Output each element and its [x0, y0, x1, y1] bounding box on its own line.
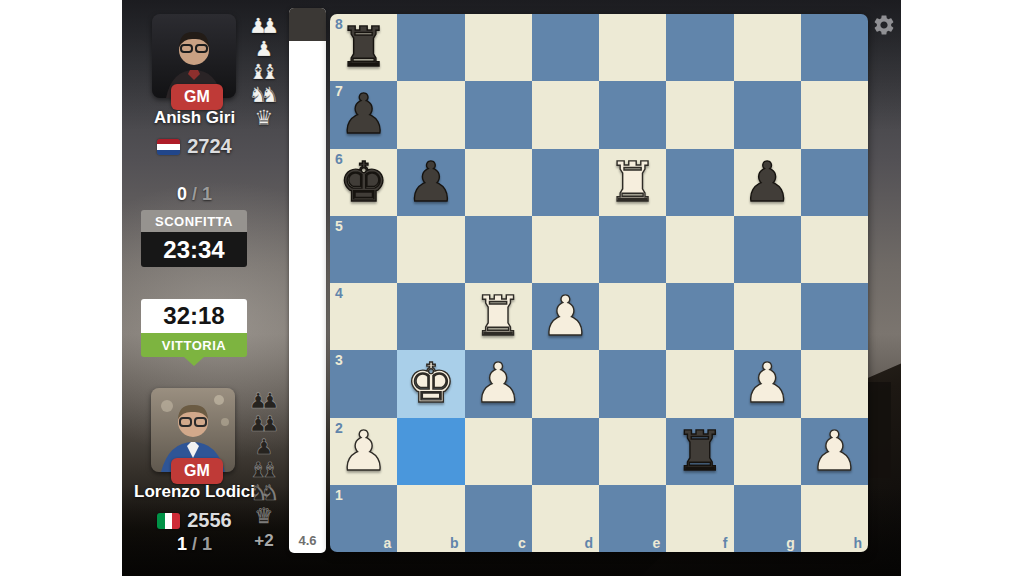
flag-netherlands-icon: [157, 139, 180, 155]
square-e7[interactable]: [599, 81, 666, 148]
captured-pieces-bottom: ♟♟♟♟♟♝♝♞♞♛: [243, 390, 285, 527]
file-label-d: d: [584, 535, 593, 551]
score-value-bottom: 1: [177, 534, 187, 554]
square-h2[interactable]: ♟: [801, 418, 868, 485]
captured-white-knight-x2: ♞♞: [245, 84, 284, 106]
rank-label-5: 5: [335, 218, 343, 234]
square-b1[interactable]: b: [397, 485, 464, 552]
square-d5[interactable]: [532, 216, 599, 283]
match-score-top: 0 / 1: [112, 184, 277, 205]
square-h3[interactable]: [801, 350, 868, 417]
square-d1[interactable]: d: [532, 485, 599, 552]
file-label-h: h: [853, 535, 862, 551]
square-b4[interactable]: [397, 283, 464, 350]
score-total-bottom: / 1: [187, 534, 212, 554]
square-g3[interactable]: ♟: [734, 350, 801, 417]
eval-bar: 4.6: [289, 8, 326, 553]
square-c1[interactable]: c: [465, 485, 532, 552]
file-label-b: b: [450, 535, 459, 551]
square-f3[interactable]: [666, 350, 733, 417]
square-e4[interactable]: [599, 283, 666, 350]
square-c7[interactable]: [465, 81, 532, 148]
captured-black-pawn-x2: ♟♟: [245, 413, 284, 435]
square-a1[interactable]: 1a: [330, 485, 397, 552]
square-f7[interactable]: [666, 81, 733, 148]
square-f8[interactable]: [666, 14, 733, 81]
square-a2[interactable]: 2♟: [330, 418, 397, 485]
piece-white-pawn[interactable]: ♟: [473, 356, 522, 411]
square-e6[interactable]: ♜: [599, 149, 666, 216]
captured-white-bishop-x2: ♝♝: [245, 61, 284, 83]
player-name-top: Anish Giri: [112, 108, 277, 128]
rating-bottom: 2556: [187, 509, 232, 532]
score-total-top: / 1: [187, 184, 212, 204]
result-label-top: SCONFITTA: [141, 210, 247, 232]
piece-black-king[interactable]: ♚: [339, 155, 388, 210]
square-h1[interactable]: h: [801, 485, 868, 552]
square-c3[interactable]: ♟: [465, 350, 532, 417]
piece-white-pawn[interactable]: ♟: [810, 424, 859, 479]
active-player-pointer: [184, 357, 204, 366]
captured-black-bishop-x2: ♝♝: [245, 459, 284, 481]
piece-white-pawn[interactable]: ♟: [742, 356, 791, 411]
square-h8[interactable]: [801, 14, 868, 81]
file-label-f: f: [723, 535, 728, 551]
captured-white-pawn-x1: ♟: [251, 38, 278, 60]
square-f5[interactable]: [666, 216, 733, 283]
square-g4[interactable]: [734, 283, 801, 350]
chess-board[interactable]: 8♜7♟6♚♟♜♟54♜♟3♚♟♟2♟♜♟1abcdefgh: [330, 14, 868, 552]
square-d3[interactable]: [532, 350, 599, 417]
square-b3[interactable]: ♚: [397, 350, 464, 417]
square-h5[interactable]: [801, 216, 868, 283]
flag-italy-icon: [157, 513, 180, 529]
square-c4[interactable]: ♜: [465, 283, 532, 350]
file-label-a: a: [383, 535, 391, 551]
settings-gear-icon[interactable]: [872, 13, 896, 37]
rank-label-4: 4: [335, 285, 343, 301]
square-e8[interactable]: [599, 14, 666, 81]
square-f6[interactable]: [666, 149, 733, 216]
clock-bottom: 32:18: [141, 299, 247, 333]
title-badge-bottom: GM: [171, 458, 223, 484]
square-a6[interactable]: 6♚: [330, 149, 397, 216]
square-e1[interactable]: e: [599, 485, 666, 552]
square-d6[interactable]: [532, 149, 599, 216]
square-b2[interactable]: [397, 418, 464, 485]
eval-bar-black-portion: [289, 8, 326, 41]
square-b7[interactable]: [397, 81, 464, 148]
rank-label-3: 3: [335, 352, 343, 368]
piece-black-pawn[interactable]: ♟: [339, 87, 388, 142]
piece-white-pawn[interactable]: ♟: [541, 289, 590, 344]
square-g6[interactable]: ♟: [734, 149, 801, 216]
player-name-bottom: Lorenzo Lodici: [112, 482, 277, 502]
square-a7[interactable]: 7♟: [330, 81, 397, 148]
piece-white-king[interactable]: ♚: [406, 356, 455, 411]
square-f2[interactable]: ♜: [666, 418, 733, 485]
square-a8[interactable]: 8♜: [330, 14, 397, 81]
rating-top: 2724: [187, 135, 232, 158]
square-e2[interactable]: [599, 418, 666, 485]
square-d7[interactable]: [532, 81, 599, 148]
square-b5[interactable]: [397, 216, 464, 283]
piece-white-rook[interactable]: ♜: [473, 289, 522, 344]
square-e3[interactable]: [599, 350, 666, 417]
square-d2[interactable]: [532, 418, 599, 485]
square-g5[interactable]: [734, 216, 801, 283]
square-h6[interactable]: [801, 149, 868, 216]
square-b8[interactable]: [397, 14, 464, 81]
square-b6[interactable]: ♟: [397, 149, 464, 216]
piece-black-pawn[interactable]: ♟: [742, 155, 791, 210]
square-f4[interactable]: [666, 283, 733, 350]
piece-white-rook[interactable]: ♜: [608, 155, 657, 210]
file-label-e: e: [652, 535, 660, 551]
title-badge-top: GM: [171, 84, 223, 110]
square-a3[interactable]: 3: [330, 350, 397, 417]
square-d8[interactable]: [532, 14, 599, 81]
square-a5[interactable]: 5: [330, 216, 397, 283]
square-g2[interactable]: [734, 418, 801, 485]
result-label-bottom: VITTORIA: [141, 333, 247, 357]
square-c5[interactable]: [465, 216, 532, 283]
file-label-c: c: [518, 535, 526, 551]
square-d4[interactable]: ♟: [532, 283, 599, 350]
square-h4[interactable]: [801, 283, 868, 350]
square-g1[interactable]: g: [734, 485, 801, 552]
square-c2[interactable]: [465, 418, 532, 485]
captured-black-pawn-x2: ♟♟: [245, 390, 284, 412]
square-e5[interactable]: [599, 216, 666, 283]
piece-black-rook[interactable]: ♜: [339, 20, 388, 75]
piece-black-pawn[interactable]: ♟: [406, 155, 455, 210]
square-h7[interactable]: [801, 81, 868, 148]
square-f1[interactable]: f: [666, 485, 733, 552]
piece-white-pawn[interactable]: ♟: [339, 424, 388, 479]
clock-top: 23:34: [141, 232, 247, 267]
square-a4[interactable]: 4: [330, 283, 397, 350]
square-g8[interactable]: [734, 14, 801, 81]
square-c6[interactable]: [465, 149, 532, 216]
eval-value: 4.6: [289, 533, 326, 548]
score-value-top: 0: [177, 184, 187, 204]
square-c8[interactable]: [465, 14, 532, 81]
square-g7[interactable]: [734, 81, 801, 148]
file-label-g: g: [786, 535, 795, 551]
captured-white-pawn-x2: ♟♟: [245, 15, 284, 37]
material-advantage: +2: [243, 531, 285, 551]
captured-black-pawn-x1: ♟: [251, 436, 278, 458]
rank-label-1: 1: [335, 487, 343, 503]
piece-black-rook[interactable]: ♜: [675, 424, 724, 479]
broadcast-root: ♟♟♟♝♝♞♞♛ GM Anish Giri 2724 0 / 1 SCONFI…: [0, 0, 1024, 576]
